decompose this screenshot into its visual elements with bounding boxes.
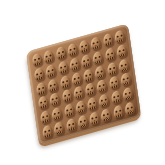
product-photo: [0, 0, 165, 165]
skull-cavity: [112, 104, 123, 119]
skull-cavity: [77, 114, 88, 129]
skull-cavity: [54, 121, 65, 136]
skull-cavity: [65, 117, 76, 132]
silicone-skull-mold: [26, 23, 141, 144]
skull-cavity: [42, 124, 53, 139]
skull-cavity: [89, 111, 100, 126]
skull-cavity: [124, 101, 135, 116]
skull-cavity: [101, 108, 112, 123]
cavity-grid: [30, 28, 136, 140]
mold-cell: [123, 99, 137, 117]
